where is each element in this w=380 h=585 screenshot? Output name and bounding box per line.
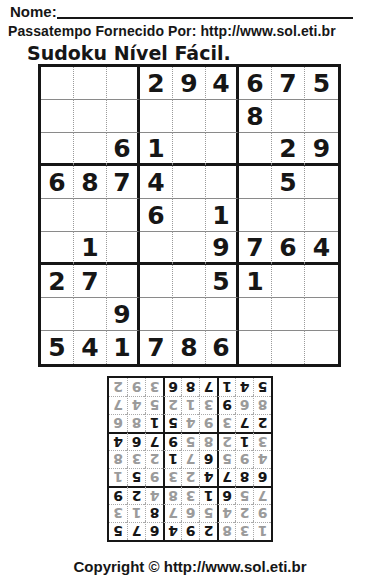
solution-cell-r5c9: 8	[109, 450, 127, 468]
solution-cell-r6c3: 2	[217, 432, 235, 450]
puzzle-cell-r8c6[interactable]	[206, 298, 239, 331]
puzzle-cell-r8c5[interactable]	[173, 298, 206, 331]
solution-cell-r8c4: 3	[199, 396, 217, 414]
solution-cell-r6c1: 3	[253, 432, 271, 450]
solution-cell-r6c8: 6	[127, 432, 145, 450]
solution-cell-r1c3: 8	[217, 522, 235, 540]
puzzle-cell-r2c1[interactable]	[41, 100, 74, 133]
puzzle-cell-r3c3: 6	[107, 133, 140, 166]
solution-cell-r9c9: 2	[109, 378, 127, 396]
solution-cell-r6c5: 5	[181, 432, 199, 450]
sudoku-puzzle-grid: 2946758612968745611976427519541786	[38, 64, 341, 367]
solution-cell-r7c2: 7	[235, 414, 253, 432]
puzzle-cell-r6c3[interactable]	[107, 232, 140, 265]
solution-cell-r9c3: 1	[217, 378, 235, 396]
solution-cell-r4c9: 1	[109, 468, 127, 486]
solution-cell-r7c3: 3	[217, 414, 235, 432]
puzzle-cell-r5c8[interactable]	[272, 199, 305, 232]
puzzle-cell-r5c3[interactable]	[107, 199, 140, 232]
solution-cell-r7c1: 2	[253, 414, 271, 432]
puzzle-cell-r2c6[interactable]	[206, 100, 239, 133]
puzzle-cell-r6c7: 7	[239, 232, 272, 265]
solution-cell-r2c6: 7	[163, 504, 181, 522]
solution-cell-r5c2: 9	[235, 450, 253, 468]
solution-cell-r3c9: 9	[109, 486, 127, 504]
solution-cell-r1c9: 5	[109, 522, 127, 540]
solution-cell-r1c4: 2	[199, 522, 217, 540]
solution-cell-r4c7: 9	[145, 468, 163, 486]
puzzle-cell-r9c9[interactable]	[305, 331, 338, 364]
puzzle-cell-r4c2: 8	[74, 166, 107, 199]
solution-cell-r2c8: 1	[127, 504, 145, 522]
solution-cell-r2c3: 4	[217, 504, 235, 522]
solution-cell-r4c3: 7	[217, 468, 235, 486]
solution-cell-r8c3: 9	[217, 396, 235, 414]
puzzle-cell-r5c4: 6	[140, 199, 173, 232]
puzzle-cell-r5c6: 1	[206, 199, 239, 232]
solution-cell-r5c4: 6	[199, 450, 217, 468]
solution-cell-r7c5: 4	[181, 414, 199, 432]
solution-cell-r1c8: 7	[127, 522, 145, 540]
puzzle-cell-r7c5[interactable]	[173, 265, 206, 298]
solution-cell-r4c1: 6	[253, 468, 271, 486]
solution-cell-r5c8: 3	[127, 450, 145, 468]
provider-line: Passatempo Fornecido Por: http://www.sol…	[8, 23, 336, 39]
puzzle-cell-r7c4[interactable]	[140, 265, 173, 298]
solution-cell-r2c2: 2	[235, 504, 253, 522]
solution-cell-r2c7: 8	[145, 504, 163, 522]
puzzle-cell-r7c1: 2	[41, 265, 74, 298]
puzzle-cell-r1c8: 7	[272, 67, 305, 100]
solution-cell-r3c3: 6	[217, 486, 235, 504]
puzzle-cell-r4c1: 6	[41, 166, 74, 199]
solution-cell-r3c8: 2	[127, 486, 145, 504]
puzzle-cell-r5c5[interactable]	[173, 199, 206, 232]
solution-cell-r8c9: 7	[109, 396, 127, 414]
solution-cell-r6c4: 8	[199, 432, 217, 450]
puzzle-cell-r4c7[interactable]	[239, 166, 272, 199]
puzzle-cell-r5c2[interactable]	[74, 199, 107, 232]
puzzle-cell-r8c4[interactable]	[140, 298, 173, 331]
solution-cell-r6c7: 7	[145, 432, 163, 450]
puzzle-cell-r7c9[interactable]	[305, 265, 338, 298]
puzzle-cell-r8c7[interactable]	[239, 298, 272, 331]
puzzle-cell-r5c9[interactable]	[305, 199, 338, 232]
puzzle-cell-r9c7[interactable]	[239, 331, 272, 364]
solution-cell-r4c5: 2	[181, 468, 199, 486]
solution-cell-r7c8: 8	[127, 414, 145, 432]
puzzle-cell-r3c2[interactable]	[74, 133, 107, 166]
puzzle-cell-r3c1[interactable]	[41, 133, 74, 166]
puzzle-cell-r3c6[interactable]	[206, 133, 239, 166]
puzzle-cell-r1c6: 4	[206, 67, 239, 100]
puzzle-cell-r6c2: 1	[74, 232, 107, 265]
solution-cell-r9c4: 7	[199, 378, 217, 396]
solution-cell-r8c1: 8	[253, 396, 271, 414]
puzzle-cell-r5c1[interactable]	[41, 199, 74, 232]
solution-cell-r8c2: 6	[235, 396, 253, 414]
puzzle-cell-r3c8: 2	[272, 133, 305, 166]
solution-cell-r3c7: 4	[145, 486, 163, 504]
solution-cell-r3c2: 5	[235, 486, 253, 504]
puzzle-cell-r2c2[interactable]	[74, 100, 107, 133]
solution-cell-r9c8: 9	[127, 378, 145, 396]
puzzle-cell-r1c3[interactable]	[107, 67, 140, 100]
solution-cell-r4c2: 8	[235, 468, 253, 486]
puzzle-cell-r3c9: 9	[305, 133, 338, 166]
puzzle-cell-r9c4: 7	[140, 331, 173, 364]
puzzle-cell-r2c7: 8	[239, 100, 272, 133]
solution-cell-r1c2: 3	[235, 522, 253, 540]
puzzle-cell-r4c4: 4	[140, 166, 173, 199]
puzzle-cell-r6c9: 4	[305, 232, 338, 265]
solution-cell-r2c5: 6	[181, 504, 199, 522]
puzzle-cell-r1c9: 5	[305, 67, 338, 100]
solution-cell-r9c1: 5	[253, 378, 271, 396]
puzzle-cell-r6c5[interactable]	[173, 232, 206, 265]
puzzle-cell-r7c8[interactable]	[272, 265, 305, 298]
puzzle-cell-r4c5[interactable]	[173, 166, 206, 199]
solution-cell-r7c4: 9	[199, 414, 217, 432]
puzzle-cell-r9c2: 4	[74, 331, 107, 364]
puzzle-cell-r7c2: 7	[74, 265, 107, 298]
puzzle-cell-r4c3: 7	[107, 166, 140, 199]
puzzle-cell-r3c4: 1	[140, 133, 173, 166]
puzzle-cell-r3c7[interactable]	[239, 133, 272, 166]
puzzle-cell-r5c7[interactable]	[239, 199, 272, 232]
solution-cell-r4c4: 4	[199, 468, 217, 486]
solution-cell-r8c5: 1	[181, 396, 199, 414]
name-label: Nome:	[10, 3, 57, 20]
solution-cell-r8c8: 4	[127, 396, 145, 414]
copyright-text: Copyright © http://www.sol.eti.br	[0, 558, 380, 575]
solution-cell-r5c3: 5	[217, 450, 235, 468]
puzzle-cell-r9c5: 8	[173, 331, 206, 364]
puzzle-cell-r1c1[interactable]	[41, 67, 74, 100]
solution-cell-r1c7: 6	[145, 522, 163, 540]
puzzle-cell-r1c5: 9	[173, 67, 206, 100]
solution-cell-r9c6: 6	[163, 378, 181, 396]
puzzle-cell-r7c3[interactable]	[107, 265, 140, 298]
puzzle-cell-r9c1: 5	[41, 331, 74, 364]
solution-cell-r1c6: 4	[163, 522, 181, 540]
puzzle-cell-r6c8: 6	[272, 232, 305, 265]
puzzle-cell-r9c8[interactable]	[272, 331, 305, 364]
solution-cell-r1c1: 1	[253, 522, 271, 540]
page-title: Sudoku Nível Fácil.	[27, 42, 231, 64]
solution-cell-r6c2: 1	[235, 432, 253, 450]
puzzle-cell-r2c9[interactable]	[305, 100, 338, 133]
solution-cell-r9c7: 3	[145, 378, 163, 396]
solution-cell-r8c7: 5	[145, 396, 163, 414]
puzzle-cell-r4c6[interactable]	[206, 166, 239, 199]
puzzle-cell-r7c7: 1	[239, 265, 272, 298]
puzzle-cell-r2c3[interactable]	[107, 100, 140, 133]
solution-cell-r7c7: 1	[145, 414, 163, 432]
puzzle-cell-r2c4[interactable]	[140, 100, 173, 133]
name-blank-line[interactable]	[57, 5, 353, 19]
solution-cell-r6c6: 9	[163, 432, 181, 450]
puzzle-cell-r9c3: 1	[107, 331, 140, 364]
solution-cell-r5c6: 1	[163, 450, 181, 468]
puzzle-cell-r8c9[interactable]	[305, 298, 338, 331]
name-field-row: Nome:	[10, 3, 353, 20]
puzzle-cell-r8c2[interactable]	[74, 298, 107, 331]
puzzle-cell-r3c5[interactable]	[173, 133, 206, 166]
solution-cell-r2c9: 3	[109, 504, 127, 522]
puzzle-cell-r2c8[interactable]	[272, 100, 305, 133]
solution-cell-r7c9: 6	[109, 414, 127, 432]
solution-cell-r7c6: 5	[163, 414, 181, 432]
solution-cell-r2c1: 9	[253, 504, 271, 522]
puzzle-cell-r1c7: 6	[239, 67, 272, 100]
solution-cell-r5c7: 2	[145, 450, 163, 468]
puzzle-cell-r8c8[interactable]	[272, 298, 305, 331]
puzzle-cell-r6c1[interactable]	[41, 232, 74, 265]
sudoku-solution-grid-upside-down: 1382946759245678137561384296874239514956…	[107, 376, 273, 542]
puzzle-cell-r9c6: 6	[206, 331, 239, 364]
solution-cell-r2c4: 5	[199, 504, 217, 522]
solution-cell-r4c8: 5	[127, 468, 145, 486]
solution-cell-r3c6: 8	[163, 486, 181, 504]
puzzle-cell-r2c5[interactable]	[173, 100, 206, 133]
puzzle-cell-r7c6: 5	[206, 265, 239, 298]
puzzle-cell-r1c4: 2	[140, 67, 173, 100]
puzzle-cell-r4c9[interactable]	[305, 166, 338, 199]
puzzle-cell-r6c6: 9	[206, 232, 239, 265]
puzzle-cell-r8c3: 9	[107, 298, 140, 331]
puzzle-cell-r6c4[interactable]	[140, 232, 173, 265]
solution-cell-r3c4: 1	[199, 486, 217, 504]
puzzle-cell-r4c8: 5	[272, 166, 305, 199]
solution-cell-r4c6: 3	[163, 468, 181, 486]
solution-cell-r3c1: 7	[253, 486, 271, 504]
solution-cell-r6c9: 4	[109, 432, 127, 450]
solution-cell-r1c5: 9	[181, 522, 199, 540]
solution-cell-r9c5: 8	[181, 378, 199, 396]
solution-cell-r9c2: 4	[235, 378, 253, 396]
puzzle-cell-r8c1[interactable]	[41, 298, 74, 331]
solution-cell-r5c1: 4	[253, 450, 271, 468]
solution-cell-r3c5: 3	[181, 486, 199, 504]
solution-cell-r5c5: 7	[181, 450, 199, 468]
solution-cell-r8c6: 2	[163, 396, 181, 414]
puzzle-cell-r1c2[interactable]	[74, 67, 107, 100]
